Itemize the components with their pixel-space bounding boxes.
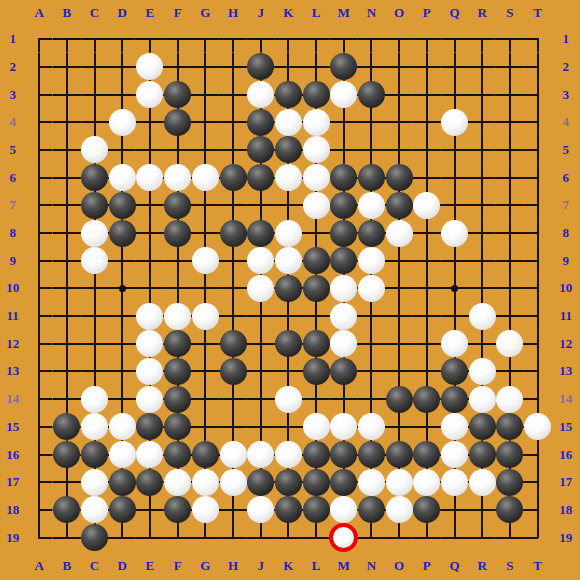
intersection-E13[interactable]	[136, 358, 164, 386]
intersection-J17[interactable]	[247, 468, 275, 496]
intersection-J11[interactable]	[247, 302, 275, 330]
intersection-T6[interactable]	[524, 164, 552, 192]
intersection-M5[interactable]	[330, 136, 358, 164]
intersection-E17[interactable]	[136, 468, 164, 496]
intersection-R7[interactable]	[468, 191, 496, 219]
intersection-A16[interactable]	[25, 441, 53, 469]
intersection-B7[interactable]	[53, 191, 81, 219]
intersection-T11[interactable]	[524, 302, 552, 330]
intersection-C14[interactable]	[81, 385, 109, 413]
intersection-R8[interactable]	[468, 219, 496, 247]
intersection-K6[interactable]	[275, 164, 303, 192]
intersection-T17[interactable]	[524, 468, 552, 496]
intersection-S15[interactable]	[496, 413, 524, 441]
intersection-P10[interactable]	[413, 275, 441, 303]
intersection-L12[interactable]	[302, 330, 330, 358]
intersection-Q2[interactable]	[441, 53, 469, 81]
intersection-G18[interactable]	[191, 496, 219, 524]
intersection-L19[interactable]	[302, 524, 330, 552]
intersection-G16[interactable]	[191, 441, 219, 469]
intersection-K12[interactable]	[275, 330, 303, 358]
intersection-A8[interactable]	[25, 219, 53, 247]
intersection-F10[interactable]	[164, 275, 192, 303]
intersection-A15[interactable]	[25, 413, 53, 441]
intersection-C3[interactable]	[81, 81, 109, 109]
intersection-R1[interactable]	[468, 25, 496, 53]
intersection-C15[interactable]	[81, 413, 109, 441]
intersection-C9[interactable]	[81, 247, 109, 275]
intersection-M8[interactable]	[330, 219, 358, 247]
intersection-P9[interactable]	[413, 247, 441, 275]
intersection-L11[interactable]	[302, 302, 330, 330]
intersection-R11[interactable]	[468, 302, 496, 330]
intersection-O19[interactable]	[385, 524, 413, 552]
intersection-T10[interactable]	[524, 275, 552, 303]
intersection-T8[interactable]	[524, 219, 552, 247]
intersection-M19[interactable]	[330, 524, 358, 552]
intersection-P5[interactable]	[413, 136, 441, 164]
intersection-O1[interactable]	[385, 25, 413, 53]
intersection-S2[interactable]	[496, 53, 524, 81]
intersection-S18[interactable]	[496, 496, 524, 524]
intersection-A1[interactable]	[25, 25, 53, 53]
intersection-B19[interactable]	[53, 524, 81, 552]
intersection-M17[interactable]	[330, 468, 358, 496]
intersection-L10[interactable]	[302, 275, 330, 303]
intersection-J16[interactable]	[247, 441, 275, 469]
intersection-J5[interactable]	[247, 136, 275, 164]
intersection-B2[interactable]	[53, 53, 81, 81]
intersection-C18[interactable]	[81, 496, 109, 524]
intersection-H10[interactable]	[219, 275, 247, 303]
intersection-G6[interactable]	[191, 164, 219, 192]
intersection-S12[interactable]	[496, 330, 524, 358]
intersection-P4[interactable]	[413, 108, 441, 136]
intersection-A17[interactable]	[25, 468, 53, 496]
intersection-T14[interactable]	[524, 385, 552, 413]
intersection-M13[interactable]	[330, 358, 358, 386]
intersection-R17[interactable]	[468, 468, 496, 496]
intersection-E19[interactable]	[136, 524, 164, 552]
intersection-O6[interactable]	[385, 164, 413, 192]
intersection-A5[interactable]	[25, 136, 53, 164]
intersection-N16[interactable]	[358, 441, 386, 469]
intersection-D12[interactable]	[108, 330, 136, 358]
intersection-H4[interactable]	[219, 108, 247, 136]
intersection-Q3[interactable]	[441, 81, 469, 109]
intersection-L8[interactable]	[302, 219, 330, 247]
intersection-M4[interactable]	[330, 108, 358, 136]
intersection-G12[interactable]	[191, 330, 219, 358]
intersection-M9[interactable]	[330, 247, 358, 275]
intersection-N3[interactable]	[358, 81, 386, 109]
intersection-O18[interactable]	[385, 496, 413, 524]
intersection-L2[interactable]	[302, 53, 330, 81]
intersection-Q18[interactable]	[441, 496, 469, 524]
intersection-G19[interactable]	[191, 524, 219, 552]
intersection-S11[interactable]	[496, 302, 524, 330]
intersection-B12[interactable]	[53, 330, 81, 358]
intersection-Q14[interactable]	[441, 385, 469, 413]
intersection-H8[interactable]	[219, 219, 247, 247]
intersection-D8[interactable]	[108, 219, 136, 247]
intersection-K3[interactable]	[275, 81, 303, 109]
intersection-D1[interactable]	[108, 25, 136, 53]
intersection-N2[interactable]	[358, 53, 386, 81]
intersection-N6[interactable]	[358, 164, 386, 192]
intersection-E4[interactable]	[136, 108, 164, 136]
intersection-K11[interactable]	[275, 302, 303, 330]
intersection-B4[interactable]	[53, 108, 81, 136]
intersection-E12[interactable]	[136, 330, 164, 358]
intersection-L15[interactable]	[302, 413, 330, 441]
intersection-D16[interactable]	[108, 441, 136, 469]
intersection-G17[interactable]	[191, 468, 219, 496]
intersection-Q1[interactable]	[441, 25, 469, 53]
intersection-P13[interactable]	[413, 358, 441, 386]
intersection-G10[interactable]	[191, 275, 219, 303]
intersection-L18[interactable]	[302, 496, 330, 524]
intersection-M18[interactable]	[330, 496, 358, 524]
intersection-S5[interactable]	[496, 136, 524, 164]
intersection-J3[interactable]	[247, 81, 275, 109]
intersection-A3[interactable]	[25, 81, 53, 109]
intersection-G13[interactable]	[191, 358, 219, 386]
intersection-N19[interactable]	[358, 524, 386, 552]
intersection-H17[interactable]	[219, 468, 247, 496]
intersection-N10[interactable]	[358, 275, 386, 303]
intersection-K1[interactable]	[275, 25, 303, 53]
intersection-H15[interactable]	[219, 413, 247, 441]
intersection-O7[interactable]	[385, 191, 413, 219]
intersection-H16[interactable]	[219, 441, 247, 469]
intersection-E11[interactable]	[136, 302, 164, 330]
intersection-M11[interactable]	[330, 302, 358, 330]
intersection-G1[interactable]	[191, 25, 219, 53]
intersection-J6[interactable]	[247, 164, 275, 192]
intersection-O11[interactable]	[385, 302, 413, 330]
intersection-L9[interactable]	[302, 247, 330, 275]
intersection-C8[interactable]	[81, 219, 109, 247]
intersection-L1[interactable]	[302, 25, 330, 53]
intersection-H7[interactable]	[219, 191, 247, 219]
intersection-L14[interactable]	[302, 385, 330, 413]
intersection-O15[interactable]	[385, 413, 413, 441]
intersection-R16[interactable]	[468, 441, 496, 469]
intersection-O12[interactable]	[385, 330, 413, 358]
intersection-D13[interactable]	[108, 358, 136, 386]
intersection-O17[interactable]	[385, 468, 413, 496]
intersection-F9[interactable]	[164, 247, 192, 275]
intersection-M16[interactable]	[330, 441, 358, 469]
intersection-F1[interactable]	[164, 25, 192, 53]
intersection-R15[interactable]	[468, 413, 496, 441]
intersection-A10[interactable]	[25, 275, 53, 303]
intersection-L3[interactable]	[302, 81, 330, 109]
intersection-K4[interactable]	[275, 108, 303, 136]
intersection-G7[interactable]	[191, 191, 219, 219]
intersection-F7[interactable]	[164, 191, 192, 219]
intersection-A9[interactable]	[25, 247, 53, 275]
intersection-T1[interactable]	[524, 25, 552, 53]
intersection-A12[interactable]	[25, 330, 53, 358]
intersection-P3[interactable]	[413, 81, 441, 109]
intersection-J19[interactable]	[247, 524, 275, 552]
intersection-F4[interactable]	[164, 108, 192, 136]
intersection-B5[interactable]	[53, 136, 81, 164]
intersection-G14[interactable]	[191, 385, 219, 413]
intersection-D19[interactable]	[108, 524, 136, 552]
intersection-R12[interactable]	[468, 330, 496, 358]
intersection-N9[interactable]	[358, 247, 386, 275]
intersection-N14[interactable]	[358, 385, 386, 413]
intersection-G5[interactable]	[191, 136, 219, 164]
intersection-J10[interactable]	[247, 275, 275, 303]
intersection-C16[interactable]	[81, 441, 109, 469]
intersection-P8[interactable]	[413, 219, 441, 247]
intersection-A11[interactable]	[25, 302, 53, 330]
intersection-A13[interactable]	[25, 358, 53, 386]
intersection-F2[interactable]	[164, 53, 192, 81]
intersection-Q12[interactable]	[441, 330, 469, 358]
intersection-S10[interactable]	[496, 275, 524, 303]
intersection-L13[interactable]	[302, 358, 330, 386]
intersection-J12[interactable]	[247, 330, 275, 358]
intersection-J4[interactable]	[247, 108, 275, 136]
intersection-J1[interactable]	[247, 25, 275, 53]
intersection-R18[interactable]	[468, 496, 496, 524]
intersection-R4[interactable]	[468, 108, 496, 136]
intersection-G9[interactable]	[191, 247, 219, 275]
intersection-F3[interactable]	[164, 81, 192, 109]
intersection-K5[interactable]	[275, 136, 303, 164]
intersection-S14[interactable]	[496, 385, 524, 413]
intersection-H14[interactable]	[219, 385, 247, 413]
intersection-Q11[interactable]	[441, 302, 469, 330]
intersection-T16[interactable]	[524, 441, 552, 469]
intersection-F19[interactable]	[164, 524, 192, 552]
intersection-O13[interactable]	[385, 358, 413, 386]
intersection-J14[interactable]	[247, 385, 275, 413]
intersection-O8[interactable]	[385, 219, 413, 247]
intersection-C6[interactable]	[81, 164, 109, 192]
intersection-K14[interactable]	[275, 385, 303, 413]
intersection-Q17[interactable]	[441, 468, 469, 496]
intersection-S8[interactable]	[496, 219, 524, 247]
intersection-P16[interactable]	[413, 441, 441, 469]
intersection-B6[interactable]	[53, 164, 81, 192]
intersection-N18[interactable]	[358, 496, 386, 524]
intersection-T15[interactable]	[524, 413, 552, 441]
intersection-L17[interactable]	[302, 468, 330, 496]
intersection-Q16[interactable]	[441, 441, 469, 469]
intersection-F15[interactable]	[164, 413, 192, 441]
intersection-M1[interactable]	[330, 25, 358, 53]
intersection-N8[interactable]	[358, 219, 386, 247]
intersection-C11[interactable]	[81, 302, 109, 330]
intersection-T12[interactable]	[524, 330, 552, 358]
intersection-D6[interactable]	[108, 164, 136, 192]
intersection-Q9[interactable]	[441, 247, 469, 275]
intersection-G8[interactable]	[191, 219, 219, 247]
intersection-T5[interactable]	[524, 136, 552, 164]
intersection-L16[interactable]	[302, 441, 330, 469]
intersection-J13[interactable]	[247, 358, 275, 386]
intersection-A18[interactable]	[25, 496, 53, 524]
intersection-B3[interactable]	[53, 81, 81, 109]
intersection-B17[interactable]	[53, 468, 81, 496]
intersection-A19[interactable]	[25, 524, 53, 552]
intersection-S4[interactable]	[496, 108, 524, 136]
intersection-P6[interactable]	[413, 164, 441, 192]
intersection-D7[interactable]	[108, 191, 136, 219]
intersection-L4[interactable]	[302, 108, 330, 136]
intersection-F18[interactable]	[164, 496, 192, 524]
intersection-C4[interactable]	[81, 108, 109, 136]
intersection-D11[interactable]	[108, 302, 136, 330]
intersection-J7[interactable]	[247, 191, 275, 219]
intersection-K15[interactable]	[275, 413, 303, 441]
intersection-T3[interactable]	[524, 81, 552, 109]
intersection-K13[interactable]	[275, 358, 303, 386]
intersection-K7[interactable]	[275, 191, 303, 219]
intersection-E14[interactable]	[136, 385, 164, 413]
intersection-O3[interactable]	[385, 81, 413, 109]
intersection-E9[interactable]	[136, 247, 164, 275]
intersection-P12[interactable]	[413, 330, 441, 358]
intersection-T4[interactable]	[524, 108, 552, 136]
intersection-F12[interactable]	[164, 330, 192, 358]
intersection-S6[interactable]	[496, 164, 524, 192]
intersection-C5[interactable]	[81, 136, 109, 164]
intersection-H13[interactable]	[219, 358, 247, 386]
intersection-D14[interactable]	[108, 385, 136, 413]
intersection-K16[interactable]	[275, 441, 303, 469]
intersection-O2[interactable]	[385, 53, 413, 81]
intersection-T18[interactable]	[524, 496, 552, 524]
intersection-A14[interactable]	[25, 385, 53, 413]
intersection-E18[interactable]	[136, 496, 164, 524]
intersection-N13[interactable]	[358, 358, 386, 386]
intersection-K10[interactable]	[275, 275, 303, 303]
intersection-R14[interactable]	[468, 385, 496, 413]
intersection-O5[interactable]	[385, 136, 413, 164]
intersection-F14[interactable]	[164, 385, 192, 413]
intersection-K17[interactable]	[275, 468, 303, 496]
intersection-B13[interactable]	[53, 358, 81, 386]
intersection-K19[interactable]	[275, 524, 303, 552]
intersection-B8[interactable]	[53, 219, 81, 247]
intersection-D10[interactable]	[108, 275, 136, 303]
intersection-H11[interactable]	[219, 302, 247, 330]
intersection-D9[interactable]	[108, 247, 136, 275]
intersection-Q5[interactable]	[441, 136, 469, 164]
intersection-L6[interactable]	[302, 164, 330, 192]
intersection-K18[interactable]	[275, 496, 303, 524]
intersection-H1[interactable]	[219, 25, 247, 53]
intersection-E8[interactable]	[136, 219, 164, 247]
intersection-F11[interactable]	[164, 302, 192, 330]
intersection-J8[interactable]	[247, 219, 275, 247]
intersection-M3[interactable]	[330, 81, 358, 109]
intersection-B16[interactable]	[53, 441, 81, 469]
intersection-L5[interactable]	[302, 136, 330, 164]
intersection-H5[interactable]	[219, 136, 247, 164]
intersection-A6[interactable]	[25, 164, 53, 192]
intersection-Q10[interactable]	[441, 275, 469, 303]
intersection-M6[interactable]	[330, 164, 358, 192]
intersection-C2[interactable]	[81, 53, 109, 81]
intersection-J2[interactable]	[247, 53, 275, 81]
intersection-M14[interactable]	[330, 385, 358, 413]
intersection-P17[interactable]	[413, 468, 441, 496]
intersection-E6[interactable]	[136, 164, 164, 192]
intersection-S17[interactable]	[496, 468, 524, 496]
intersection-H3[interactable]	[219, 81, 247, 109]
intersection-H12[interactable]	[219, 330, 247, 358]
intersection-G3[interactable]	[191, 81, 219, 109]
intersection-N7[interactable]	[358, 191, 386, 219]
intersection-E1[interactable]	[136, 25, 164, 53]
intersection-P19[interactable]	[413, 524, 441, 552]
intersection-M10[interactable]	[330, 275, 358, 303]
intersection-D17[interactable]	[108, 468, 136, 496]
intersection-C17[interactable]	[81, 468, 109, 496]
intersection-O10[interactable]	[385, 275, 413, 303]
intersection-D3[interactable]	[108, 81, 136, 109]
intersection-B9[interactable]	[53, 247, 81, 275]
intersection-G11[interactable]	[191, 302, 219, 330]
intersection-E3[interactable]	[136, 81, 164, 109]
intersection-B11[interactable]	[53, 302, 81, 330]
intersection-R3[interactable]	[468, 81, 496, 109]
intersection-S9[interactable]	[496, 247, 524, 275]
intersection-F8[interactable]	[164, 219, 192, 247]
intersection-S1[interactable]	[496, 25, 524, 53]
intersection-H2[interactable]	[219, 53, 247, 81]
intersection-D18[interactable]	[108, 496, 136, 524]
intersection-Q19[interactable]	[441, 524, 469, 552]
intersection-G2[interactable]	[191, 53, 219, 81]
intersection-F5[interactable]	[164, 136, 192, 164]
intersection-Q7[interactable]	[441, 191, 469, 219]
intersection-J15[interactable]	[247, 413, 275, 441]
intersection-O9[interactable]	[385, 247, 413, 275]
intersection-R5[interactable]	[468, 136, 496, 164]
intersection-M7[interactable]	[330, 191, 358, 219]
intersection-C13[interactable]	[81, 358, 109, 386]
intersection-C1[interactable]	[81, 25, 109, 53]
intersection-H9[interactable]	[219, 247, 247, 275]
intersection-E16[interactable]	[136, 441, 164, 469]
intersection-J9[interactable]	[247, 247, 275, 275]
intersection-A2[interactable]	[25, 53, 53, 81]
intersection-S16[interactable]	[496, 441, 524, 469]
intersection-A7[interactable]	[25, 191, 53, 219]
intersection-N1[interactable]	[358, 25, 386, 53]
intersection-E10[interactable]	[136, 275, 164, 303]
intersection-M2[interactable]	[330, 53, 358, 81]
intersection-R6[interactable]	[468, 164, 496, 192]
intersection-N5[interactable]	[358, 136, 386, 164]
intersection-K9[interactable]	[275, 247, 303, 275]
intersection-H18[interactable]	[219, 496, 247, 524]
intersection-D4[interactable]	[108, 108, 136, 136]
intersection-N15[interactable]	[358, 413, 386, 441]
intersection-Q8[interactable]	[441, 219, 469, 247]
intersection-D15[interactable]	[108, 413, 136, 441]
intersection-T19[interactable]	[524, 524, 552, 552]
